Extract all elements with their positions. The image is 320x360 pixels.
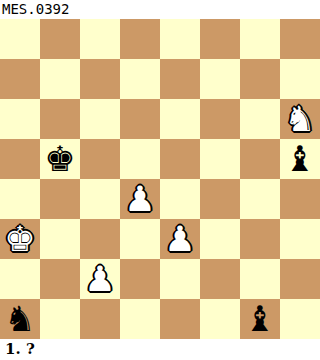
square-f3[interactable] — [200, 219, 240, 259]
white-knight-icon: ♞ — [284, 99, 315, 139]
square-c1[interactable] — [80, 299, 120, 339]
black-knight-icon: ♞ — [4, 299, 35, 339]
black-king-icon: ♚ — [44, 139, 75, 179]
square-c8[interactable] — [80, 19, 120, 59]
white-king-icon: ♚ — [4, 219, 35, 259]
square-c4[interactable] — [80, 179, 120, 219]
square-c2[interactable]: ♟ — [80, 259, 120, 299]
square-d4[interactable]: ♟ — [120, 179, 160, 219]
square-e1[interactable] — [160, 299, 200, 339]
white-pawn-icon: ♟ — [124, 179, 155, 219]
square-c3[interactable] — [80, 219, 120, 259]
square-d5[interactable] — [120, 139, 160, 179]
square-h1[interactable] — [280, 299, 320, 339]
square-d3[interactable] — [120, 219, 160, 259]
square-b3[interactable] — [40, 219, 80, 259]
square-f4[interactable] — [200, 179, 240, 219]
square-b5[interactable]: ♚ — [40, 139, 80, 179]
square-d8[interactable] — [120, 19, 160, 59]
square-f7[interactable] — [200, 59, 240, 99]
footer-bar: 1. ? — [0, 339, 320, 360]
white-pawn-icon: ♟ — [84, 259, 115, 299]
square-g8[interactable] — [240, 19, 280, 59]
square-f6[interactable] — [200, 99, 240, 139]
square-c7[interactable] — [80, 59, 120, 99]
square-b1[interactable] — [40, 299, 80, 339]
square-g2[interactable] — [240, 259, 280, 299]
square-a5[interactable] — [0, 139, 40, 179]
white-pawn-icon: ♟ — [164, 219, 195, 259]
black-bishop-icon: ♝ — [284, 139, 315, 179]
square-b2[interactable] — [40, 259, 80, 299]
square-d2[interactable] — [120, 259, 160, 299]
square-b6[interactable] — [40, 99, 80, 139]
square-f8[interactable] — [200, 19, 240, 59]
square-g3[interactable] — [240, 219, 280, 259]
square-a7[interactable] — [0, 59, 40, 99]
square-g4[interactable] — [240, 179, 280, 219]
square-a2[interactable] — [0, 259, 40, 299]
square-b8[interactable] — [40, 19, 80, 59]
square-b7[interactable] — [40, 59, 80, 99]
square-b4[interactable] — [40, 179, 80, 219]
square-d1[interactable] — [120, 299, 160, 339]
square-g1[interactable]: ♝ — [240, 299, 280, 339]
title-bar: MES.0392 — [0, 0, 320, 19]
square-e3[interactable]: ♟ — [160, 219, 200, 259]
square-h6[interactable]: ♞ — [280, 99, 320, 139]
square-h4[interactable] — [280, 179, 320, 219]
square-e2[interactable] — [160, 259, 200, 299]
square-a8[interactable] — [0, 19, 40, 59]
square-d7[interactable] — [120, 59, 160, 99]
square-f1[interactable] — [200, 299, 240, 339]
square-d6[interactable] — [120, 99, 160, 139]
square-h5[interactable]: ♝ — [280, 139, 320, 179]
square-e7[interactable] — [160, 59, 200, 99]
square-e6[interactable] — [160, 99, 200, 139]
square-g6[interactable] — [240, 99, 280, 139]
square-h3[interactable] — [280, 219, 320, 259]
black-bishop-icon: ♝ — [244, 299, 275, 339]
square-a6[interactable] — [0, 99, 40, 139]
square-e4[interactable] — [160, 179, 200, 219]
square-e8[interactable] — [160, 19, 200, 59]
square-g7[interactable] — [240, 59, 280, 99]
square-a4[interactable] — [0, 179, 40, 219]
square-c5[interactable] — [80, 139, 120, 179]
square-h2[interactable] — [280, 259, 320, 299]
square-c6[interactable] — [80, 99, 120, 139]
square-e5[interactable] — [160, 139, 200, 179]
square-f2[interactable] — [200, 259, 240, 299]
chess-board: ♞♚♝♟♚♟♟♞♝ — [0, 19, 320, 339]
square-h8[interactable] — [280, 19, 320, 59]
square-h7[interactable] — [280, 59, 320, 99]
square-a3[interactable]: ♚ — [0, 219, 40, 259]
move-prompt: 1. ? — [0, 339, 35, 360]
square-f5[interactable] — [200, 139, 240, 179]
square-a1[interactable]: ♞ — [0, 299, 40, 339]
puzzle-id: MES.0392 — [0, 0, 69, 19]
square-g5[interactable] — [240, 139, 280, 179]
